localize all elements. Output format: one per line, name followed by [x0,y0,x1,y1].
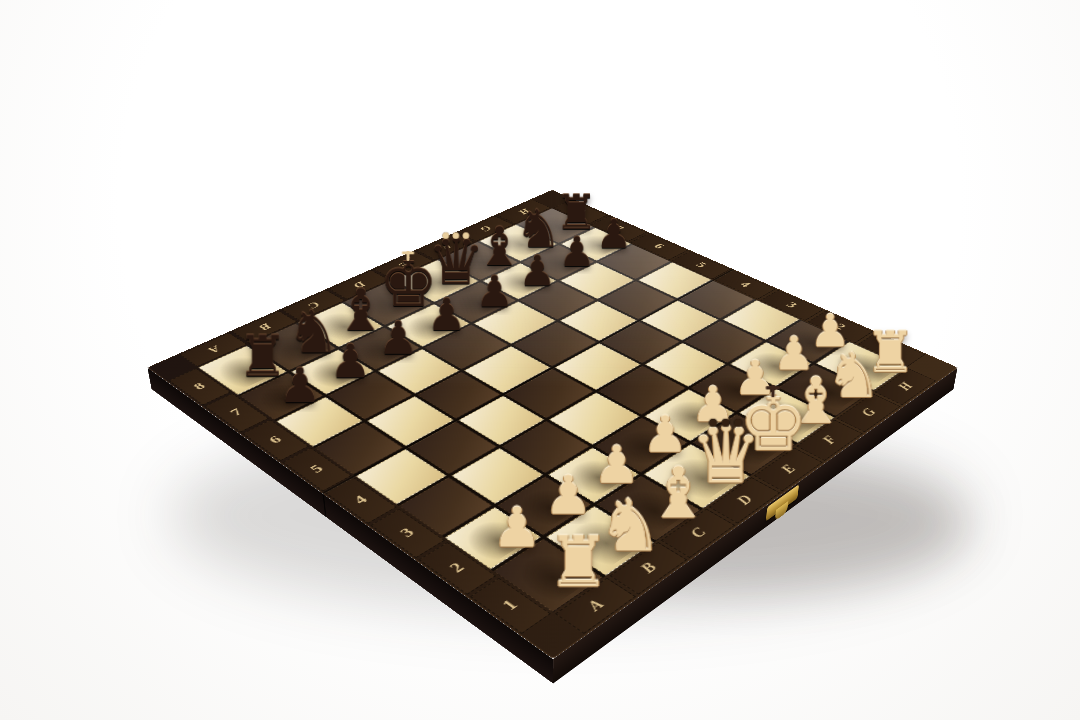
rank-label-text-3: 3 [396,525,419,540]
black-king-cross-accent [402,248,414,261]
black-pawn[interactable]: ♟ [427,292,467,336]
file-label-text-g: G [857,406,880,419]
chess-set-photo-scene: ABCDEFGH ABCDEFGH 87654321 87654321 ♜♞♝♚… [0,0,1080,720]
rank-label-text-8: 8 [190,381,209,392]
black-pawn[interactable]: ♟ [596,214,632,254]
black-pawn[interactable]: ♟ [558,231,595,272]
black-pawn[interactable]: ♟ [329,338,371,385]
chess-board: ABCDEFGH ABCDEFGH 87654321 87654321 ♜♞♝♚… [147,190,957,659]
black-pawn[interactable]: ♟ [378,315,419,361]
file-label-text-c: C [686,525,710,540]
black-pawn[interactable]: ♟ [475,270,514,313]
black-pawn[interactable]: ♟ [278,362,321,410]
file-label-text-a: A [204,344,223,355]
white-queen-orbs-accent [710,419,743,427]
rank-label-text-7: 7 [227,406,247,418]
white-pawn[interactable]: ♟ [544,468,592,522]
black-pawn[interactable]: ♟ [519,250,557,292]
black-queen-orbs-accent [443,232,470,238]
file-label-text-e: E [777,462,800,476]
white-rook[interactable]: ♜ [547,527,610,597]
rank-label-text-2: 2 [445,560,469,576]
rank-label-text-5: 5 [692,261,709,270]
rank-label-text-6: 6 [265,434,285,447]
file-label-text-b: B [636,560,661,576]
rank-label-text-3: 3 [783,300,801,310]
white-king-cross-accent [766,382,780,397]
rank-label-text-5: 5 [306,462,327,476]
rank-label-text-4: 4 [350,493,372,507]
rank-label-text-1: 1 [498,596,523,613]
file-label-text-h: H [894,380,917,392]
rank-label-text-6: 6 [650,242,667,250]
white-pawn[interactable]: ♟ [492,500,542,555]
file-label-text-a: A [583,596,609,614]
file-label-text-d: D [732,492,757,507]
file-label-text-f: F [818,433,841,446]
rank-label-text-4: 4 [736,280,753,289]
